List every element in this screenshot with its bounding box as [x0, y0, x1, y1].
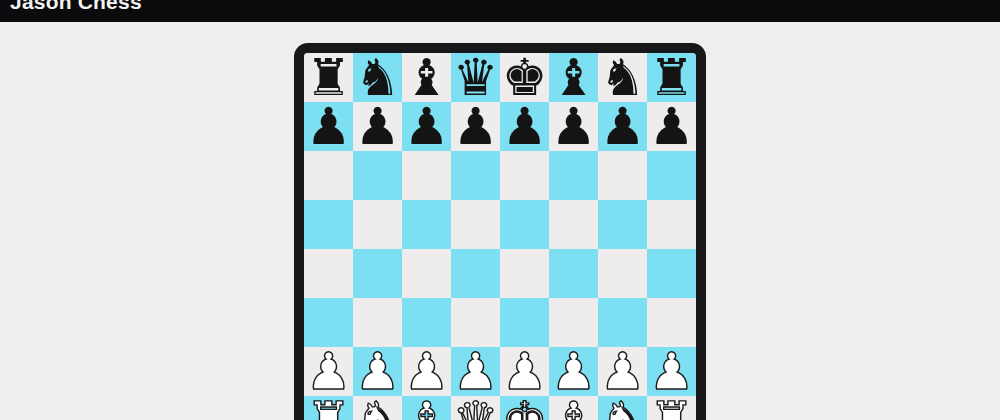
white-knight-piece[interactable]: ♞ [355, 395, 401, 420]
white-pawn-piece[interactable]: ♟ [355, 346, 401, 397]
square-a7[interactable]: ♟ [304, 102, 353, 151]
square-e7[interactable]: ♟ [500, 102, 549, 151]
square-d5[interactable] [451, 200, 500, 249]
square-b7[interactable]: ♟ [353, 102, 402, 151]
square-b6[interactable] [353, 151, 402, 200]
black-bishop-piece[interactable]: ♝ [551, 52, 597, 103]
white-bishop-piece[interactable]: ♝ [404, 395, 450, 420]
black-pawn-piece[interactable]: ♟ [355, 101, 401, 152]
square-f3[interactable] [549, 298, 598, 347]
square-b1[interactable]: ♞ [353, 396, 402, 420]
white-rook-piece[interactable]: ♜ [306, 395, 352, 420]
black-king-piece[interactable]: ♚ [502, 52, 548, 103]
black-pawn-piece[interactable]: ♟ [649, 101, 695, 152]
square-c5[interactable] [402, 200, 451, 249]
square-g4[interactable] [598, 249, 647, 298]
black-knight-piece[interactable]: ♞ [600, 52, 646, 103]
square-h2[interactable]: ♟ [647, 347, 696, 396]
square-g5[interactable] [598, 200, 647, 249]
square-g6[interactable] [598, 151, 647, 200]
white-pawn-piece[interactable]: ♟ [453, 346, 499, 397]
black-queen-piece[interactable]: ♛ [453, 52, 499, 103]
square-h8[interactable]: ♜ [647, 53, 696, 102]
white-pawn-piece[interactable]: ♟ [551, 346, 597, 397]
chess-board[interactable]: ♜♞♝♛♚♝♞♜♟♟♟♟♟♟♟♟♟♟♟♟♟♟♟♟♜♞♝♛♚♝♞♜ [294, 43, 706, 420]
square-e6[interactable] [500, 151, 549, 200]
square-f2[interactable]: ♟ [549, 347, 598, 396]
square-g3[interactable] [598, 298, 647, 347]
black-bishop-piece[interactable]: ♝ [404, 52, 450, 103]
square-c8[interactable]: ♝ [402, 53, 451, 102]
white-bishop-piece[interactable]: ♝ [551, 395, 597, 420]
black-pawn-piece[interactable]: ♟ [551, 101, 597, 152]
square-d3[interactable] [451, 298, 500, 347]
white-pawn-piece[interactable]: ♟ [502, 346, 548, 397]
square-f6[interactable] [549, 151, 598, 200]
black-rook-piece[interactable]: ♜ [306, 52, 352, 103]
square-a5[interactable] [304, 200, 353, 249]
square-h1[interactable]: ♜ [647, 396, 696, 420]
black-pawn-piece[interactable]: ♟ [502, 101, 548, 152]
white-queen-piece[interactable]: ♛ [453, 395, 499, 420]
white-knight-piece[interactable]: ♞ [600, 395, 646, 420]
black-pawn-piece[interactable]: ♟ [306, 101, 352, 152]
square-f1[interactable]: ♝ [549, 396, 598, 420]
square-a6[interactable] [304, 151, 353, 200]
black-pawn-piece[interactable]: ♟ [404, 101, 450, 152]
square-e4[interactable] [500, 249, 549, 298]
square-c4[interactable] [402, 249, 451, 298]
square-g8[interactable]: ♞ [598, 53, 647, 102]
square-a8[interactable]: ♜ [304, 53, 353, 102]
black-knight-piece[interactable]: ♞ [355, 52, 401, 103]
square-b3[interactable] [353, 298, 402, 347]
square-h7[interactable]: ♟ [647, 102, 696, 151]
square-h4[interactable] [647, 249, 696, 298]
white-rook-piece[interactable]: ♜ [649, 395, 695, 420]
board-area: ♜♞♝♛♚♝♞♜♟♟♟♟♟♟♟♟♟♟♟♟♟♟♟♟♜♞♝♛♚♝♞♜ [0, 22, 1000, 420]
square-e8[interactable]: ♚ [500, 53, 549, 102]
white-pawn-piece[interactable]: ♟ [649, 346, 695, 397]
square-a2[interactable]: ♟ [304, 347, 353, 396]
square-b5[interactable] [353, 200, 402, 249]
square-h6[interactable] [647, 151, 696, 200]
square-e2[interactable]: ♟ [500, 347, 549, 396]
square-e1[interactable]: ♚ [500, 396, 549, 420]
square-e3[interactable] [500, 298, 549, 347]
square-g1[interactable]: ♞ [598, 396, 647, 420]
app-title: Jason Chess [10, 0, 142, 12]
white-pawn-piece[interactable]: ♟ [600, 346, 646, 397]
square-f5[interactable] [549, 200, 598, 249]
square-c1[interactable]: ♝ [402, 396, 451, 420]
square-b2[interactable]: ♟ [353, 347, 402, 396]
square-f4[interactable] [549, 249, 598, 298]
black-pawn-piece[interactable]: ♟ [453, 101, 499, 152]
square-d7[interactable]: ♟ [451, 102, 500, 151]
black-rook-piece[interactable]: ♜ [649, 52, 695, 103]
square-c2[interactable]: ♟ [402, 347, 451, 396]
square-d2[interactable]: ♟ [451, 347, 500, 396]
square-d1[interactable]: ♛ [451, 396, 500, 420]
square-c3[interactable] [402, 298, 451, 347]
square-f7[interactable]: ♟ [549, 102, 598, 151]
square-g7[interactable]: ♟ [598, 102, 647, 151]
black-pawn-piece[interactable]: ♟ [600, 101, 646, 152]
square-h3[interactable] [647, 298, 696, 347]
square-h5[interactable] [647, 200, 696, 249]
square-c7[interactable]: ♟ [402, 102, 451, 151]
square-a3[interactable] [304, 298, 353, 347]
square-e5[interactable] [500, 200, 549, 249]
square-a1[interactable]: ♜ [304, 396, 353, 420]
square-f8[interactable]: ♝ [549, 53, 598, 102]
square-c6[interactable] [402, 151, 451, 200]
square-d8[interactable]: ♛ [451, 53, 500, 102]
square-g2[interactable]: ♟ [598, 347, 647, 396]
white-pawn-piece[interactable]: ♟ [404, 346, 450, 397]
square-b8[interactable]: ♞ [353, 53, 402, 102]
square-d6[interactable] [451, 151, 500, 200]
white-king-piece[interactable]: ♚ [502, 395, 548, 420]
white-pawn-piece[interactable]: ♟ [306, 346, 352, 397]
app-header: Jason Chess [0, 0, 1000, 22]
square-b4[interactable] [353, 249, 402, 298]
square-d4[interactable] [451, 249, 500, 298]
square-a4[interactable] [304, 249, 353, 298]
